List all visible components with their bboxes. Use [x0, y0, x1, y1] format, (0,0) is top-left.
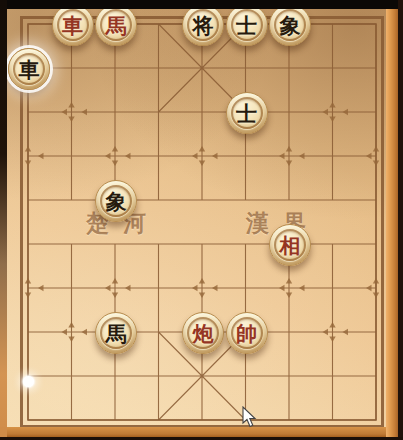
black-elephant[interactable]: 象	[269, 4, 311, 46]
piece-character: 象	[96, 181, 136, 221]
piece-character: 象	[270, 5, 310, 45]
left-edge-shadow	[0, 0, 7, 440]
xiangqi-game-screen: 楚河 漢界 車馬将士象車士象相馬炮帥	[0, 0, 403, 440]
red-chariot[interactable]: 車	[52, 4, 94, 46]
piece-character: 士	[227, 93, 267, 133]
piece-character: 車	[9, 49, 49, 89]
red-horse[interactable]: 馬	[95, 4, 137, 46]
right-wood-frame	[386, 9, 398, 440]
mouse-cursor	[242, 406, 258, 428]
black-advisor[interactable]: 士	[226, 92, 268, 134]
black-elephant[interactable]: 象	[95, 180, 137, 222]
piece-character: 相	[270, 225, 310, 265]
black-general[interactable]: 将	[182, 4, 224, 46]
red-elephant[interactable]: 相	[269, 224, 311, 266]
piece-character: 将	[183, 5, 223, 45]
bottom-wood-frame	[0, 427, 398, 437]
black-advisor[interactable]: 士	[226, 4, 268, 46]
move-origin-dot	[23, 376, 34, 387]
board-grid	[0, 0, 403, 440]
black-chariot[interactable]: 車	[8, 48, 50, 90]
black-horse[interactable]: 馬	[95, 312, 137, 354]
piece-character: 馬	[96, 313, 136, 353]
piece-character: 車	[53, 5, 93, 45]
right-edge-dark	[398, 0, 403, 440]
piece-character: 士	[227, 5, 267, 45]
red-cannon[interactable]: 炮	[182, 312, 224, 354]
red-general[interactable]: 帥	[226, 312, 268, 354]
top-letterbox-bar	[0, 0, 403, 9]
piece-character: 帥	[227, 313, 267, 353]
piece-character: 炮	[183, 313, 223, 353]
piece-character: 馬	[96, 5, 136, 45]
